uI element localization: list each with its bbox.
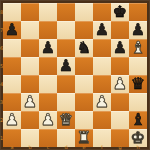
white-pawn[interactable]: ♟ — [93, 93, 111, 111]
white-queen[interactable]: ♛ — [57, 111, 75, 129]
square-c3[interactable] — [39, 93, 57, 111]
square-a7[interactable]: ♟ — [3, 21, 21, 39]
square-e6[interactable]: ♞ — [75, 39, 93, 57]
file-label-g: g — [111, 145, 129, 150]
square-e2[interactable] — [75, 111, 93, 129]
square-c4[interactable] — [39, 75, 57, 93]
rank-label-7: 7 — [0, 21, 4, 39]
white-pawn[interactable]: ♟ — [3, 111, 21, 129]
square-f3[interactable]: ♟ — [93, 93, 111, 111]
white-pawn[interactable]: ♟ — [39, 111, 57, 129]
square-a5[interactable] — [3, 57, 21, 75]
black-bishop[interactable]: ♝ — [129, 111, 147, 129]
black-king[interactable]: ♚ — [111, 3, 129, 21]
square-b5[interactable] — [21, 57, 39, 75]
square-g6[interactable]: ♟ — [111, 39, 129, 57]
square-h2[interactable]: ♝ — [129, 111, 147, 129]
black-pawn[interactable]: ♟ — [93, 21, 111, 39]
square-h5[interactable] — [129, 57, 147, 75]
black-pawn[interactable]: ♟ — [111, 39, 129, 57]
square-h4[interactable]: ♛ — [129, 75, 147, 93]
square-c7[interactable] — [39, 21, 57, 39]
square-g8[interactable]: ♚ — [111, 3, 129, 21]
square-b7[interactable] — [21, 21, 39, 39]
square-e5[interactable] — [75, 57, 93, 75]
square-g3[interactable] — [111, 93, 129, 111]
square-b3[interactable]: ♟ — [21, 93, 39, 111]
file-label-e: e — [75, 145, 93, 150]
square-h8[interactable] — [129, 3, 147, 21]
file-label-d: d — [57, 145, 75, 150]
rank-label-8: 8 — [0, 3, 4, 21]
rank-label-4: 4 — [0, 75, 4, 93]
square-f2[interactable] — [93, 111, 111, 129]
square-f6[interactable] — [93, 39, 111, 57]
square-a6[interactable] — [3, 39, 21, 57]
square-e3[interactable] — [75, 93, 93, 111]
square-b2[interactable] — [21, 111, 39, 129]
file-label-f: f — [93, 145, 111, 150]
square-a4[interactable] — [3, 75, 21, 93]
square-b6[interactable] — [21, 39, 39, 57]
black-knight[interactable]: ♞ — [75, 39, 93, 57]
square-d2[interactable]: ♛ — [57, 111, 75, 129]
square-f5[interactable] — [93, 57, 111, 75]
square-f8[interactable] — [93, 3, 111, 21]
square-h3[interactable] — [129, 93, 147, 111]
square-e7[interactable] — [75, 21, 93, 39]
black-pawn[interactable]: ♟ — [129, 21, 147, 39]
white-pawn[interactable]: ♟ — [111, 75, 129, 93]
rank-label-2: 2 — [0, 111, 4, 129]
square-h7[interactable]: ♟ — [129, 21, 147, 39]
chess-board-frame: ♚♟♟♟♟♞♟♝♟♟♛♟♟♟♟♛♝♜♚ 87654321abcdefgh — [0, 0, 150, 150]
square-d6[interactable] — [57, 39, 75, 57]
square-e8[interactable] — [75, 3, 93, 21]
white-bishop[interactable]: ♝ — [129, 39, 147, 57]
square-d8[interactable] — [57, 3, 75, 21]
square-d3[interactable] — [57, 93, 75, 111]
square-b8[interactable] — [21, 3, 39, 21]
chess-board: ♚♟♟♟♟♞♟♝♟♟♛♟♟♟♟♛♝♜♚ — [3, 3, 147, 147]
file-label-a: a — [3, 145, 21, 150]
square-c6[interactable]: ♟ — [39, 39, 57, 57]
square-f4[interactable] — [93, 75, 111, 93]
square-g5[interactable] — [111, 57, 129, 75]
square-d4[interactable] — [57, 75, 75, 93]
black-pawn[interactable]: ♟ — [39, 39, 57, 57]
square-a3[interactable] — [3, 93, 21, 111]
square-b4[interactable] — [21, 75, 39, 93]
square-g7[interactable] — [111, 21, 129, 39]
rank-label-3: 3 — [0, 93, 4, 111]
square-d5[interactable]: ♟ — [57, 57, 75, 75]
file-label-c: c — [39, 145, 57, 150]
rank-label-5: 5 — [0, 57, 4, 75]
square-c5[interactable] — [39, 57, 57, 75]
square-c2[interactable]: ♟ — [39, 111, 57, 129]
file-label-h: h — [129, 145, 147, 150]
square-h6[interactable]: ♝ — [129, 39, 147, 57]
square-g4[interactable]: ♟ — [111, 75, 129, 93]
square-a8[interactable] — [3, 3, 21, 21]
file-label-b: b — [21, 145, 39, 150]
black-queen[interactable]: ♛ — [129, 75, 147, 93]
square-f7[interactable]: ♟ — [93, 21, 111, 39]
square-d7[interactable] — [57, 21, 75, 39]
square-a2[interactable]: ♟ — [3, 111, 21, 129]
black-pawn[interactable]: ♟ — [3, 21, 21, 39]
square-e4[interactable] — [75, 75, 93, 93]
square-c8[interactable] — [39, 3, 57, 21]
black-pawn[interactable]: ♟ — [57, 57, 75, 75]
rank-label-6: 6 — [0, 39, 4, 57]
white-pawn[interactable]: ♟ — [21, 93, 39, 111]
square-g2[interactable] — [111, 111, 129, 129]
